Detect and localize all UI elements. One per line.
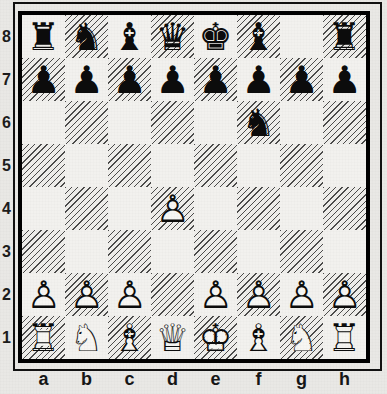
white-pawn-fill: ♟ xyxy=(108,273,151,316)
square-g5 xyxy=(280,144,323,187)
white-bishop-fill: ♝ xyxy=(108,316,151,359)
square-h2: ♟♙ xyxy=(323,273,366,316)
white-bishop-c1: ♗ xyxy=(108,316,151,359)
white-pawn-a2: ♙ xyxy=(22,273,65,316)
square-a7: ♟ xyxy=(22,58,65,101)
white-queen-d1: ♕ xyxy=(151,316,194,359)
square-d5 xyxy=(151,144,194,187)
square-f4 xyxy=(237,187,280,230)
square-a8: ♜ xyxy=(22,15,65,58)
square-c3 xyxy=(108,230,151,273)
file-labels: abcdefgh xyxy=(22,366,366,392)
black-pawn-d7: ♟ xyxy=(151,58,194,101)
square-g3 xyxy=(280,230,323,273)
white-rook-h1: ♖ xyxy=(323,316,366,359)
square-d3 xyxy=(151,230,194,273)
square-b3 xyxy=(65,230,108,273)
file-label-b: b xyxy=(65,366,108,392)
square-a3 xyxy=(22,230,65,273)
white-pawn-b2: ♙ xyxy=(65,273,108,316)
rank-label-5: 5 xyxy=(0,144,13,187)
white-knight-fill: ♞ xyxy=(65,316,108,359)
rank-label-6: 6 xyxy=(0,101,13,144)
white-pawn-f2: ♙ xyxy=(237,273,280,316)
square-a2: ♟♙ xyxy=(22,273,65,316)
square-b4 xyxy=(65,187,108,230)
white-knight-b1: ♘ xyxy=(65,316,108,359)
chess-board: ♜♞♝♛♚♝♜♟♟♟♟♟♟♟♟♞♟♙♟♙♟♙♟♙♟♙♟♙♟♙♟♙♜♖♞♘♝♗♛♕… xyxy=(22,15,366,359)
file-label-f: f xyxy=(237,366,280,392)
rank-labels: 87654321 xyxy=(0,15,13,359)
square-g6 xyxy=(280,101,323,144)
rank-label-3: 3 xyxy=(0,230,13,273)
white-pawn-g2: ♙ xyxy=(280,273,323,316)
white-pawn-fill: ♟ xyxy=(65,273,108,316)
square-c6 xyxy=(108,101,151,144)
file-label-c: c xyxy=(108,366,151,392)
square-f1: ♝♗ xyxy=(237,316,280,359)
white-king-fill: ♚ xyxy=(194,316,237,359)
square-f3 xyxy=(237,230,280,273)
black-rook-h8: ♜ xyxy=(323,15,366,58)
white-pawn-c2: ♙ xyxy=(108,273,151,316)
square-d6 xyxy=(151,101,194,144)
square-f6: ♞ xyxy=(237,101,280,144)
white-pawn-fill: ♟ xyxy=(22,273,65,316)
black-pawn-h7: ♟ xyxy=(323,58,366,101)
square-g4 xyxy=(280,187,323,230)
rank-label-1: 1 xyxy=(0,316,13,359)
black-pawn-b7: ♟ xyxy=(65,58,108,101)
square-c7: ♟ xyxy=(108,58,151,101)
file-label-e: e xyxy=(194,366,237,392)
white-pawn-h2: ♙ xyxy=(323,273,366,316)
square-a6 xyxy=(22,101,65,144)
white-pawn-e2: ♙ xyxy=(194,273,237,316)
square-d2 xyxy=(151,273,194,316)
black-rook-a8: ♜ xyxy=(22,15,65,58)
black-knight-b8: ♞ xyxy=(65,15,108,58)
square-h3 xyxy=(323,230,366,273)
square-e7: ♟ xyxy=(194,58,237,101)
rank-label-8: 8 xyxy=(0,15,13,58)
square-f2: ♟♙ xyxy=(237,273,280,316)
square-h4 xyxy=(323,187,366,230)
black-pawn-e7: ♟ xyxy=(194,58,237,101)
square-g1: ♞♘ xyxy=(280,316,323,359)
white-pawn-d4: ♙ xyxy=(151,187,194,230)
white-pawn-fill: ♟ xyxy=(237,273,280,316)
black-pawn-a7: ♟ xyxy=(22,58,65,101)
square-d1: ♛♕ xyxy=(151,316,194,359)
white-pawn-fill: ♟ xyxy=(151,187,194,230)
file-label-g: g xyxy=(280,366,323,392)
square-g8 xyxy=(280,15,323,58)
rank-label-2: 2 xyxy=(0,273,13,316)
black-queen-d8: ♛ xyxy=(151,15,194,58)
black-bishop-c8: ♝ xyxy=(108,15,151,58)
square-b2: ♟♙ xyxy=(65,273,108,316)
square-b1: ♞♘ xyxy=(65,316,108,359)
square-h7: ♟ xyxy=(323,58,366,101)
white-knight-fill: ♞ xyxy=(280,316,323,359)
square-b8: ♞ xyxy=(65,15,108,58)
square-e3 xyxy=(194,230,237,273)
black-pawn-c7: ♟ xyxy=(108,58,151,101)
square-c4 xyxy=(108,187,151,230)
file-label-h: h xyxy=(323,366,366,392)
square-g2: ♟♙ xyxy=(280,273,323,316)
square-b5 xyxy=(65,144,108,187)
file-label-a: a xyxy=(22,366,65,392)
square-d4: ♟♙ xyxy=(151,187,194,230)
square-c8: ♝ xyxy=(108,15,151,58)
square-e4 xyxy=(194,187,237,230)
black-pawn-g7: ♟ xyxy=(280,58,323,101)
black-bishop-f8: ♝ xyxy=(237,15,280,58)
square-h1: ♜♖ xyxy=(323,316,366,359)
white-king-e1: ♔ xyxy=(194,316,237,359)
board-frame: ♜♞♝♛♚♝♜♟♟♟♟♟♟♟♟♞♟♙♟♙♟♙♟♙♟♙♟♙♟♙♟♙♜♖♞♘♝♗♛♕… xyxy=(18,11,370,363)
rank-label-4: 4 xyxy=(0,187,13,230)
square-f7: ♟ xyxy=(237,58,280,101)
rank-label-7: 7 xyxy=(0,58,13,101)
square-g7: ♟ xyxy=(280,58,323,101)
square-a1: ♜♖ xyxy=(22,316,65,359)
square-h5 xyxy=(323,144,366,187)
square-c1: ♝♗ xyxy=(108,316,151,359)
square-c5 xyxy=(108,144,151,187)
white-queen-fill: ♛ xyxy=(151,316,194,359)
white-rook-fill: ♜ xyxy=(323,316,366,359)
square-e5 xyxy=(194,144,237,187)
square-f8: ♝ xyxy=(237,15,280,58)
black-king-e8: ♚ xyxy=(194,15,237,58)
square-c2: ♟♙ xyxy=(108,273,151,316)
square-a5 xyxy=(22,144,65,187)
square-e2: ♟♙ xyxy=(194,273,237,316)
square-e1: ♚♔ xyxy=(194,316,237,359)
black-pawn-f7: ♟ xyxy=(237,58,280,101)
white-pawn-fill: ♟ xyxy=(194,273,237,316)
square-d8: ♛ xyxy=(151,15,194,58)
square-f5 xyxy=(237,144,280,187)
white-pawn-fill: ♟ xyxy=(323,273,366,316)
square-b6 xyxy=(65,101,108,144)
square-d7: ♟ xyxy=(151,58,194,101)
square-b7: ♟ xyxy=(65,58,108,101)
white-rook-a1: ♖ xyxy=(22,316,65,359)
white-rook-fill: ♜ xyxy=(22,316,65,359)
white-bishop-f1: ♗ xyxy=(237,316,280,359)
square-e8: ♚ xyxy=(194,15,237,58)
white-knight-g1: ♘ xyxy=(280,316,323,359)
white-pawn-fill: ♟ xyxy=(280,273,323,316)
square-h6 xyxy=(323,101,366,144)
chess-diagram: 87654321 ♜♞♝♛♚♝♜♟♟♟♟♟♟♟♟♞♟♙♟♙♟♙♟♙♟♙♟♙♟♙♟… xyxy=(0,0,387,394)
square-a4 xyxy=(22,187,65,230)
file-label-d: d xyxy=(151,366,194,392)
square-e6 xyxy=(194,101,237,144)
white-bishop-fill: ♝ xyxy=(237,316,280,359)
square-h8: ♜ xyxy=(323,15,366,58)
black-knight-f6: ♞ xyxy=(237,101,280,144)
